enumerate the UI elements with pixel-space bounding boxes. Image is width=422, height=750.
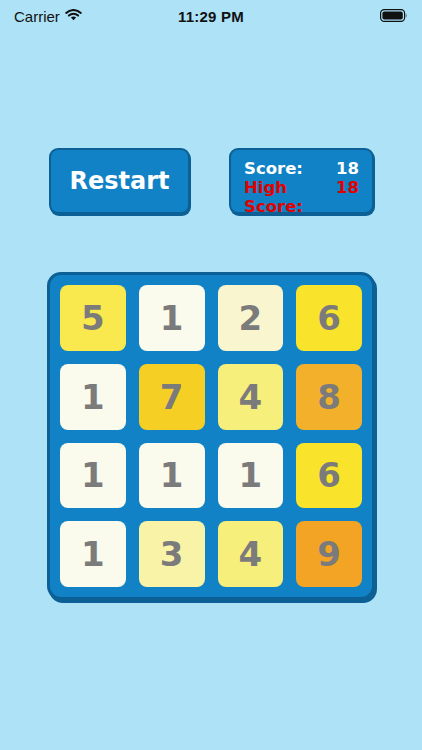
tile-r4c2[interactable]: 3 — [139, 521, 205, 587]
tile-r1c4[interactable]: 6 — [296, 285, 362, 351]
carrier-label: Carrier — [14, 8, 60, 25]
tile-r1c3[interactable]: 2 — [218, 285, 284, 351]
board[interactable]: 5126174811161349 — [47, 272, 375, 600]
status-bar: Carrier 11:29 PM — [0, 0, 422, 32]
tile-r2c1[interactable]: 1 — [60, 364, 126, 430]
tile-r3c1[interactable]: 1 — [60, 443, 126, 509]
tile-r4c4[interactable]: 9 — [296, 521, 362, 587]
tile-r1c2[interactable]: 1 — [139, 285, 205, 351]
score-value: 18 — [336, 159, 359, 178]
tile-r3c4[interactable]: 6 — [296, 443, 362, 509]
tile-r2c3[interactable]: 4 — [218, 364, 284, 430]
tile-r3c3[interactable]: 1 — [218, 443, 284, 509]
restart-button[interactable]: Restart — [49, 148, 190, 214]
tile-r2c4[interactable]: 8 — [296, 364, 362, 430]
tile-r3c2[interactable]: 1 — [139, 443, 205, 509]
wifi-icon — [65, 8, 82, 25]
tile-r2c2[interactable]: 7 — [139, 364, 205, 430]
tile-r1c1[interactable]: 5 — [60, 285, 126, 351]
restart-label: Restart — [69, 167, 169, 195]
status-time: 11:29 PM — [145, 8, 276, 25]
score-label: Score: — [244, 159, 303, 178]
high-score-value: 18 — [336, 178, 359, 197]
battery-icon — [380, 8, 408, 25]
tile-r4c3[interactable]: 4 — [218, 521, 284, 587]
tile-r4c1[interactable]: 1 — [60, 521, 126, 587]
score-panel: Score: 18 High Score: 18 — [229, 148, 374, 214]
high-score-label: High Score: — [244, 178, 336, 216]
